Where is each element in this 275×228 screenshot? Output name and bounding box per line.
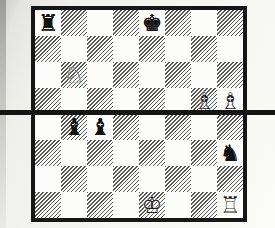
square-d8[interactable] (113, 10, 139, 36)
square-a3[interactable] (35, 140, 61, 166)
square-g8[interactable] (191, 10, 217, 36)
square-e7[interactable] (139, 36, 165, 62)
square-d3[interactable] (113, 140, 139, 166)
square-b1[interactable] (61, 192, 87, 218)
square-e2[interactable] (139, 166, 165, 192)
square-h7[interactable] (217, 36, 243, 62)
square-h2[interactable] (217, 166, 243, 192)
square-f2[interactable] (165, 166, 191, 192)
square-d2[interactable] (113, 166, 139, 192)
square-a6[interactable] (35, 62, 61, 88)
square-e3[interactable] (139, 140, 165, 166)
square-f1[interactable] (165, 192, 191, 218)
square-g6[interactable] (191, 62, 217, 88)
square-g7[interactable] (191, 36, 217, 62)
square-b4[interactable]: ♝ (61, 114, 87, 140)
square-c2[interactable] (87, 166, 113, 192)
square-a4[interactable] (35, 114, 61, 140)
square-g3[interactable] (191, 140, 217, 166)
square-f4[interactable] (165, 114, 191, 140)
square-g2[interactable] (191, 166, 217, 192)
white-king: ♔ (142, 192, 163, 218)
square-h1[interactable]: ♖ (217, 192, 243, 218)
square-b6[interactable]: ♘ (61, 62, 87, 88)
black-bishop: ♝ (90, 114, 111, 140)
square-a7[interactable] (35, 36, 61, 62)
square-a8[interactable]: ♜ (35, 10, 61, 36)
square-d1[interactable] (113, 192, 139, 218)
mid-board-divider-line (0, 110, 275, 115)
square-e8[interactable]: ♚ (139, 10, 165, 36)
square-f3[interactable] (165, 140, 191, 166)
square-h3[interactable]: ♞ (217, 140, 243, 166)
square-c8[interactable] (87, 10, 113, 36)
black-king: ♚ (142, 10, 163, 36)
square-c3[interactable] (87, 140, 113, 166)
square-f6[interactable] (165, 62, 191, 88)
square-g4[interactable] (191, 114, 217, 140)
square-e6[interactable] (139, 62, 165, 88)
black-rook: ♜ (38, 10, 59, 36)
square-d4[interactable] (113, 114, 139, 140)
square-c6[interactable] (87, 62, 113, 88)
square-h6[interactable] (217, 62, 243, 88)
black-bishop: ♝ (64, 114, 85, 140)
square-d7[interactable] (113, 36, 139, 62)
square-b2[interactable] (61, 166, 87, 192)
square-c7[interactable] (87, 36, 113, 62)
square-c1[interactable] (87, 192, 113, 218)
square-b3[interactable] (61, 140, 87, 166)
white-rook: ♖ (220, 192, 241, 218)
square-b7[interactable] (61, 36, 87, 62)
square-b8[interactable] (61, 10, 87, 36)
scanned-page: ♜♚♘♗♗♝♝♞♔♖ (0, 0, 275, 228)
square-f8[interactable] (165, 10, 191, 36)
square-e1[interactable]: ♔ (139, 192, 165, 218)
square-h8[interactable] (217, 10, 243, 36)
square-c4[interactable]: ♝ (87, 114, 113, 140)
black-knight: ♞ (220, 140, 241, 166)
square-f7[interactable] (165, 36, 191, 62)
square-g1[interactable] (191, 192, 217, 218)
square-e4[interactable] (139, 114, 165, 140)
square-h4[interactable] (217, 114, 243, 140)
white-knight: ♘ (64, 62, 85, 88)
square-d6[interactable] (113, 62, 139, 88)
square-a1[interactable] (35, 192, 61, 218)
square-a2[interactable] (35, 166, 61, 192)
